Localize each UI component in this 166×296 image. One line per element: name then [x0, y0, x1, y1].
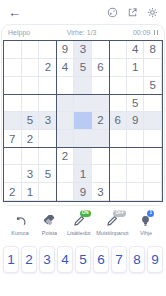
game-card: Helppo Virhe: 1/3 00:09 9348245615553269…: [1, 24, 165, 206]
cell-r1c5[interactable]: 3: [74, 41, 92, 59]
cell-r5c4[interactable]: [57, 112, 75, 130]
cell-r1c8[interactable]: 4: [127, 41, 145, 59]
cell-r1c2[interactable]: [22, 41, 40, 59]
cell-r2c5[interactable]: 5: [74, 59, 92, 77]
cell-r1c1[interactable]: [4, 41, 22, 59]
cell-r9c1[interactable]: 2: [4, 183, 22, 201]
box-line-vertical-2: [109, 41, 110, 201]
cell-r1c4[interactable]: 9: [57, 41, 75, 59]
cell-r7c6[interactable]: [92, 148, 110, 166]
smart-notes-label: Lisätiedot: [67, 230, 91, 236]
numpad-key-7[interactable]: 7: [111, 246, 127, 273]
cell-r2c2[interactable]: [22, 59, 40, 77]
numpad-key-8[interactable]: 8: [129, 246, 145, 273]
cell-r6c8[interactable]: [127, 130, 145, 148]
undo-icon: [14, 214, 27, 227]
cell-r6c7[interactable]: [109, 130, 127, 148]
cell-r6c6[interactable]: [92, 130, 110, 148]
cell-r8c9[interactable]: [144, 165, 162, 183]
pause-icon[interactable]: [154, 30, 159, 35]
box-line-vertical-1: [56, 41, 57, 201]
cell-r5c1[interactable]: [4, 112, 22, 130]
cell-r3c3[interactable]: [39, 77, 57, 95]
cell-r9c8[interactable]: [127, 183, 145, 201]
cell-r1c7[interactable]: [109, 41, 127, 59]
cell-r4c3[interactable]: [39, 94, 57, 112]
cell-r9c9[interactable]: [144, 183, 162, 201]
cell-r6c1[interactable]: 7: [4, 130, 22, 148]
numpad: 123456789: [0, 236, 166, 273]
cell-r7c8[interactable]: [127, 148, 145, 166]
cell-r8c7[interactable]: [109, 165, 127, 183]
cell-r4c7[interactable]: [109, 94, 127, 112]
cell-r3c9[interactable]: 5: [144, 77, 162, 95]
numpad-key-9[interactable]: 9: [147, 246, 163, 273]
eraser-icon: [43, 214, 55, 227]
cell-r9c6[interactable]: 3: [92, 183, 110, 201]
numpad-key-4[interactable]: 4: [57, 246, 73, 273]
cell-r6c3[interactable]: [39, 130, 57, 148]
share-icon[interactable]: [127, 7, 138, 18]
cell-r1c9[interactable]: 8: [144, 41, 162, 59]
cell-r7c9[interactable]: [144, 148, 162, 166]
cell-r8c4[interactable]: [57, 165, 75, 183]
erase-label: Poista: [42, 230, 57, 236]
cell-r8c2[interactable]: 3: [22, 165, 40, 183]
cell-r7c7[interactable]: [109, 148, 127, 166]
cell-r2c3[interactable]: 2: [39, 59, 57, 77]
cell-r9c3[interactable]: [39, 183, 57, 201]
cell-r1c6[interactable]: [92, 41, 110, 59]
cell-r5c6[interactable]: 2: [92, 112, 110, 130]
cell-r5c2[interactable]: 5: [22, 112, 40, 130]
notes-button[interactable]: OFF Muistiinpanot: [96, 214, 128, 236]
cell-r7c3[interactable]: [39, 148, 57, 166]
palette-icon[interactable]: [107, 7, 118, 18]
cell-r8c6[interactable]: [92, 165, 110, 183]
hint-label: Vihje: [140, 230, 152, 236]
timer-label: 00:09: [133, 29, 151, 36]
pencil-icon: ON: [73, 214, 85, 227]
hint-badge: 1: [147, 210, 154, 217]
cell-r7c2[interactable]: [22, 148, 40, 166]
cell-r4c4[interactable]: [57, 94, 75, 112]
notes-badge: OFF: [113, 210, 126, 217]
cell-r2c9[interactable]: [144, 59, 162, 77]
cell-r4c8[interactable]: 5: [127, 94, 145, 112]
cell-r8c8[interactable]: [127, 165, 145, 183]
box-line-horizontal-2: [4, 147, 162, 148]
cell-r3c4[interactable]: [57, 77, 75, 95]
cell-r6c2[interactable]: 2: [22, 130, 40, 148]
undo-label: Kumoa: [11, 230, 28, 236]
toolbar: Kumoa Poista ON Lisätiedot OFF Muistiinp…: [0, 206, 166, 236]
cell-r3c1[interactable]: [4, 77, 22, 95]
cell-r5c8[interactable]: 9: [127, 112, 145, 130]
numpad-key-3[interactable]: 3: [39, 246, 55, 273]
cell-r9c7[interactable]: [109, 183, 127, 201]
sudoku-board: 93482456155532697223512193: [3, 40, 163, 202]
numpad-key-2[interactable]: 2: [21, 246, 37, 273]
cell-r4c1[interactable]: [4, 94, 22, 112]
bulb-icon: 1: [140, 214, 151, 227]
cell-r5c5[interactable]: [74, 112, 92, 130]
cell-r8c3[interactable]: 5: [39, 165, 57, 183]
cell-r3c8[interactable]: [127, 77, 145, 95]
cell-r6c5[interactable]: [74, 130, 92, 148]
cell-r3c7[interactable]: [109, 77, 127, 95]
cell-r2c1[interactable]: [4, 59, 22, 77]
cell-r9c5[interactable]: 9: [74, 183, 92, 201]
cell-r4c6[interactable]: [92, 94, 110, 112]
cell-r7c4[interactable]: 2: [57, 148, 75, 166]
numpad-key-6[interactable]: 6: [93, 246, 109, 273]
numpad-key-5[interactable]: 5: [75, 246, 91, 273]
cell-r2c8[interactable]: 1: [127, 59, 145, 77]
smart-notes-button[interactable]: ON Lisätiedot: [67, 214, 91, 236]
cell-r5c7[interactable]: 6: [109, 112, 127, 130]
cell-r4c9[interactable]: [144, 94, 162, 112]
erase-button[interactable]: Poista: [37, 214, 61, 236]
cell-r6c9[interactable]: [144, 130, 162, 148]
cell-r8c5[interactable]: 1: [74, 165, 92, 183]
cell-r4c5[interactable]: [74, 94, 92, 112]
back-icon[interactable]: ←: [8, 6, 21, 19]
settings-icon[interactable]: [147, 7, 158, 18]
cell-r4c2[interactable]: [22, 94, 40, 112]
cell-r9c4[interactable]: [57, 183, 75, 201]
hint-button[interactable]: 1 Vihje: [134, 214, 158, 236]
cell-r3c2[interactable]: [22, 77, 40, 95]
cell-r2c6[interactable]: 6: [92, 59, 110, 77]
notes-label: Muistiinpanot: [96, 230, 128, 236]
difficulty-label: Helppo: [8, 29, 30, 36]
cell-r2c7[interactable]: [109, 59, 127, 77]
cell-r8c1[interactable]: [4, 165, 22, 183]
cell-r5c3[interactable]: 3: [39, 112, 57, 130]
smart-notes-badge: ON: [80, 210, 91, 217]
mistakes-label: Virhe: 1/3: [67, 29, 97, 36]
pencil-icon: OFF: [106, 214, 118, 227]
cell-r6c4[interactable]: [57, 130, 75, 148]
cell-r3c5[interactable]: [74, 77, 92, 95]
cell-r9c2[interactable]: 1: [22, 183, 40, 201]
box-line-horizontal-1: [4, 94, 162, 95]
undo-button[interactable]: Kumoa: [8, 214, 32, 236]
cell-r5c9[interactable]: [144, 112, 162, 130]
cell-r7c5[interactable]: [74, 148, 92, 166]
status-bar: Helppo Virhe: 1/3 00:09: [2, 25, 164, 40]
cell-r1c3[interactable]: [39, 41, 57, 59]
cell-r2c4[interactable]: 4: [57, 59, 75, 77]
cell-r3c6[interactable]: [92, 77, 110, 95]
numpad-key-1[interactable]: 1: [3, 246, 19, 273]
cell-r7c1[interactable]: [4, 148, 22, 166]
app-bar: ←: [0, 0, 166, 24]
